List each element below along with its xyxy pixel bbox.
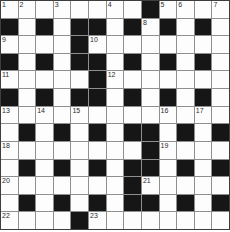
clue-number-15: 15: [72, 107, 80, 115]
black-cell-r3c5: [89, 54, 106, 71]
black-cell-r7c10: [177, 124, 194, 141]
clue-number-4: 4: [108, 1, 112, 9]
white-cell-r0c9[interactable]: 5: [160, 1, 177, 18]
black-cell-r9c3: [54, 160, 71, 177]
white-cell-r10c6[interactable]: [107, 177, 124, 194]
white-cell-r7c0[interactable]: [1, 124, 18, 141]
black-cell-r5c2: [36, 89, 53, 106]
black-cell-r1c5: [89, 19, 106, 36]
white-cell-r5c8[interactable]: [142, 89, 159, 106]
black-cell-r7c5: [89, 124, 106, 141]
white-cell-r6c7[interactable]: [124, 107, 141, 124]
black-cell-r3c2: [36, 54, 53, 71]
white-cell-r2c10[interactable]: [177, 36, 194, 53]
white-cell-r2c3[interactable]: [54, 36, 71, 53]
white-cell-r8c6[interactable]: [107, 142, 124, 159]
white-cell-r0c3[interactable]: 3: [54, 1, 71, 18]
white-cell-r8c9[interactable]: 19: [160, 142, 177, 159]
black-cell-r2c4: [71, 36, 88, 53]
clue-number-14: 14: [37, 107, 45, 115]
black-cell-r9c5: [89, 160, 106, 177]
black-cell-r11c10: [177, 195, 194, 212]
white-cell-r5c3[interactable]: [54, 89, 71, 106]
white-cell-r6c6[interactable]: [107, 107, 124, 124]
white-cell-r12c10[interactable]: [177, 212, 194, 229]
white-cell-r4c9[interactable]: [160, 71, 177, 88]
white-cell-r12c11[interactable]: [195, 212, 212, 229]
white-cell-r2c1[interactable]: [19, 36, 36, 53]
white-cell-r0c2[interactable]: [36, 1, 53, 18]
clue-number-7: 7: [213, 1, 217, 9]
white-cell-r12c0[interactable]: 22: [1, 212, 18, 229]
black-cell-r5c7: [124, 89, 141, 106]
clue-number-19: 19: [161, 142, 169, 150]
white-cell-r10c10[interactable]: [177, 177, 194, 194]
white-cell-r0c10[interactable]: 6: [177, 1, 194, 18]
clue-number-8: 8: [143, 19, 147, 27]
black-cell-r1c9: [160, 19, 177, 36]
white-cell-r12c3[interactable]: [54, 212, 71, 229]
white-cell-r0c6[interactable]: 4: [107, 1, 124, 18]
white-cell-r2c5[interactable]: 10: [89, 36, 106, 53]
white-cell-r8c5[interactable]: [89, 142, 106, 159]
white-cell-r8c0[interactable]: 18: [1, 142, 18, 159]
white-cell-r3c8[interactable]: [142, 54, 159, 71]
white-cell-r10c3[interactable]: [54, 177, 71, 194]
white-cell-r1c8[interactable]: 8: [142, 19, 159, 36]
white-cell-r10c2[interactable]: [36, 177, 53, 194]
white-cell-r8c3[interactable]: [54, 142, 71, 159]
black-cell-r7c8: [142, 124, 159, 141]
white-cell-r12c12[interactable]: [212, 212, 229, 229]
white-cell-r12c2[interactable]: [36, 212, 53, 229]
black-cell-r12c4: [71, 212, 88, 229]
white-cell-r10c1[interactable]: [19, 177, 36, 194]
black-cell-r7c1: [19, 124, 36, 141]
black-cell-r11c12: [212, 195, 229, 212]
white-cell-r5c10[interactable]: [177, 89, 194, 106]
white-cell-r11c11[interactable]: [195, 195, 212, 212]
white-cell-r4c4[interactable]: [71, 71, 88, 88]
black-cell-r11c8: [142, 195, 159, 212]
white-cell-r10c12[interactable]: [212, 177, 229, 194]
black-cell-r1c2: [36, 19, 53, 36]
white-cell-r0c12[interactable]: 7: [212, 1, 229, 18]
white-cell-r1c12[interactable]: [212, 19, 229, 36]
white-cell-r11c6[interactable]: [107, 195, 124, 212]
black-cell-r0c8: [142, 1, 159, 18]
clue-number-18: 18: [2, 142, 10, 150]
white-cell-r6c2[interactable]: 14: [36, 107, 53, 124]
white-cell-r4c7[interactable]: [124, 71, 141, 88]
white-cell-r10c9[interactable]: [160, 177, 177, 194]
white-cell-r4c0[interactable]: 11: [1, 71, 18, 88]
white-cell-r11c0[interactable]: [1, 195, 18, 212]
black-cell-r3c4: [71, 54, 88, 71]
white-cell-r10c11[interactable]: [195, 177, 212, 194]
clue-number-12: 12: [108, 71, 116, 79]
clue-number-9: 9: [2, 36, 6, 44]
white-cell-r12c1[interactable]: [19, 212, 36, 229]
white-cell-r3c10[interactable]: [177, 54, 194, 71]
clue-number-16: 16: [161, 107, 169, 115]
black-cell-r11c7: [124, 195, 141, 212]
white-cell-r6c8[interactable]: [142, 107, 159, 124]
black-cell-r9c10: [177, 160, 194, 177]
white-cell-r5c6[interactable]: [107, 89, 124, 106]
black-cell-r11c5: [89, 195, 106, 212]
clue-number-17: 17: [196, 107, 204, 115]
white-cell-r5c12[interactable]: [212, 89, 229, 106]
clue-number-3: 3: [55, 1, 59, 9]
black-cell-r1c4: [71, 19, 88, 36]
crossword-board: 1234567891011121314151617181920212223: [0, 0, 230, 230]
white-cell-r7c11[interactable]: [195, 124, 212, 141]
white-cell-r9c0[interactable]: [1, 160, 18, 177]
clue-number-11: 11: [2, 71, 9, 79]
white-cell-r12c7[interactable]: [124, 212, 141, 229]
white-cell-r1c6[interactable]: [107, 19, 124, 36]
white-cell-r8c4[interactable]: [71, 142, 88, 159]
white-cell-r3c1[interactable]: [19, 54, 36, 71]
white-cell-r3c6[interactable]: [107, 54, 124, 71]
black-cell-r11c3: [54, 195, 71, 212]
white-cell-r9c4[interactable]: [71, 160, 88, 177]
black-cell-r5c5: [89, 89, 106, 106]
black-cell-r5c0: [1, 89, 18, 106]
white-cell-r5c1[interactable]: [19, 89, 36, 106]
white-cell-r2c12[interactable]: [212, 36, 229, 53]
white-cell-r1c3[interactable]: [54, 19, 71, 36]
white-cell-r0c7[interactable]: [124, 1, 141, 18]
black-cell-r8c8: [142, 142, 159, 159]
white-cell-r10c8[interactable]: 21: [142, 177, 159, 194]
black-cell-r3c11: [195, 54, 212, 71]
black-cell-r1c0: [1, 19, 18, 36]
white-cell-r3c12[interactable]: [212, 54, 229, 71]
white-cell-r6c4[interactable]: 15: [71, 107, 88, 124]
white-cell-r0c1[interactable]: 2: [19, 1, 36, 18]
black-cell-r9c7: [124, 160, 141, 177]
white-cell-r12c9[interactable]: [160, 212, 177, 229]
black-cell-r4c5: [89, 71, 106, 88]
clue-number-2: 2: [20, 1, 24, 9]
white-cell-r2c0[interactable]: 9: [1, 36, 18, 53]
white-cell-r4c12[interactable]: [212, 71, 229, 88]
black-cell-r5c11: [195, 89, 212, 106]
white-cell-r2c11[interactable]: [195, 36, 212, 53]
white-cell-r11c2[interactable]: [36, 195, 53, 212]
white-cell-r7c6[interactable]: [107, 124, 124, 141]
white-cell-r4c11[interactable]: [195, 71, 212, 88]
black-cell-r1c7: [124, 19, 141, 36]
white-cell-r11c4[interactable]: [71, 195, 88, 212]
white-cell-r7c2[interactable]: [36, 124, 53, 141]
white-cell-r2c6[interactable]: [107, 36, 124, 53]
white-cell-r0c5[interactable]: [89, 1, 106, 18]
clue-number-20: 20: [2, 177, 10, 185]
white-cell-r10c5[interactable]: [89, 177, 106, 194]
white-cell-r9c2[interactable]: [36, 160, 53, 177]
white-cell-r9c9[interactable]: [160, 160, 177, 177]
black-cell-r7c3: [54, 124, 71, 141]
black-cell-r5c9: [160, 89, 177, 106]
white-cell-r12c6[interactable]: [107, 212, 124, 229]
white-cell-r8c1[interactable]: [19, 142, 36, 159]
white-cell-r12c8[interactable]: [142, 212, 159, 229]
white-cell-r8c7[interactable]: [124, 142, 141, 159]
white-cell-r4c10[interactable]: [177, 71, 194, 88]
white-cell-r7c9[interactable]: [160, 124, 177, 141]
black-cell-r3c7: [124, 54, 141, 71]
white-cell-r9c6[interactable]: [107, 160, 124, 177]
black-cell-r1c11: [195, 19, 212, 36]
white-cell-r9c11[interactable]: [195, 160, 212, 177]
white-cell-r6c5[interactable]: [89, 107, 106, 124]
white-cell-r4c2[interactable]: [36, 71, 53, 88]
white-cell-r0c11[interactable]: [195, 1, 212, 18]
white-cell-r6c3[interactable]: [54, 107, 71, 124]
white-cell-r6c11[interactable]: 17: [195, 107, 212, 124]
white-cell-r2c7[interactable]: [124, 36, 141, 53]
clue-number-10: 10: [90, 36, 98, 44]
black-cell-r5c4: [71, 89, 88, 106]
black-cell-r7c12: [212, 124, 229, 141]
white-cell-r10c0[interactable]: 20: [1, 177, 18, 194]
black-cell-r9c1: [19, 160, 36, 177]
white-cell-r4c1[interactable]: [19, 71, 36, 88]
white-cell-r0c0[interactable]: 1: [1, 1, 18, 18]
black-cell-r10c7: [124, 177, 141, 194]
white-cell-r10c4[interactable]: [71, 177, 88, 194]
white-cell-r2c9[interactable]: [160, 36, 177, 53]
white-cell-r4c8[interactable]: [142, 71, 159, 88]
white-cell-r6c12[interactable]: [212, 107, 229, 124]
black-cell-r7c7: [124, 124, 141, 141]
black-cell-r11c1: [19, 195, 36, 212]
white-cell-r8c11[interactable]: [195, 142, 212, 159]
white-cell-r8c12[interactable]: [212, 142, 229, 159]
clue-number-1: 1: [2, 1, 6, 9]
black-cell-r9c12: [212, 160, 229, 177]
clue-number-13: 13: [2, 107, 10, 115]
black-cell-r9c8: [142, 160, 159, 177]
white-cell-r7c4[interactable]: [71, 124, 88, 141]
white-cell-r12c5[interactable]: 23: [89, 212, 106, 229]
white-cell-r6c9[interactable]: 16: [160, 107, 177, 124]
white-cell-r6c0[interactable]: 13: [1, 107, 18, 124]
white-cell-r6c1[interactable]: [19, 107, 36, 124]
white-cell-r2c8[interactable]: [142, 36, 159, 53]
clue-number-6: 6: [178, 1, 182, 9]
black-cell-r3c0: [1, 54, 18, 71]
white-cell-r2c2[interactable]: [36, 36, 53, 53]
white-cell-r0c4[interactable]: [71, 1, 88, 18]
white-cell-r8c2[interactable]: [36, 142, 53, 159]
white-cell-r6c10[interactable]: [177, 107, 194, 124]
clue-number-22: 22: [2, 212, 10, 220]
white-cell-r3c3[interactable]: [54, 54, 71, 71]
white-cell-r1c1[interactable]: [19, 19, 36, 36]
white-cell-r11c9[interactable]: [160, 195, 177, 212]
white-cell-r1c10[interactable]: [177, 19, 194, 36]
black-cell-r3c9: [160, 54, 177, 71]
clue-number-23: 23: [90, 212, 98, 220]
white-cell-r8c10[interactable]: [177, 142, 194, 159]
white-cell-r4c6[interactable]: 12: [107, 71, 124, 88]
clue-number-5: 5: [161, 1, 165, 9]
clue-number-21: 21: [143, 177, 151, 185]
white-cell-r4c3[interactable]: [54, 71, 71, 88]
